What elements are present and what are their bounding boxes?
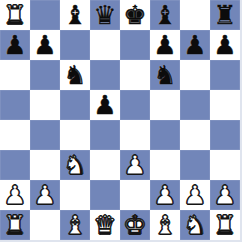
square-b7[interactable]: ♟ bbox=[30, 30, 60, 60]
square-c4[interactable] bbox=[60, 120, 90, 150]
square-a1[interactable]: ♜ bbox=[0, 210, 30, 240]
black-bishop-icon: ♝ bbox=[60, 0, 90, 30]
black-pawn-icon: ♟ bbox=[30, 30, 60, 60]
square-g6[interactable] bbox=[180, 60, 210, 90]
square-d2[interactable] bbox=[90, 180, 120, 210]
square-f1[interactable]: ♝ bbox=[150, 210, 180, 240]
square-h6[interactable] bbox=[210, 60, 240, 90]
white-queen-icon: ♛ bbox=[90, 210, 120, 240]
square-b8[interactable] bbox=[30, 0, 60, 30]
square-f8[interactable]: ♝ bbox=[150, 0, 180, 30]
square-g2[interactable]: ♟ bbox=[180, 180, 210, 210]
square-d7[interactable] bbox=[90, 30, 120, 60]
square-g7[interactable]: ♟ bbox=[180, 30, 210, 60]
black-pawn-icon: ♟ bbox=[180, 30, 210, 60]
square-b6[interactable] bbox=[30, 60, 60, 90]
square-d1[interactable]: ♛ bbox=[90, 210, 120, 240]
square-a8[interactable]: ♜ bbox=[0, 0, 30, 30]
square-e7[interactable] bbox=[120, 30, 150, 60]
square-h4[interactable] bbox=[210, 120, 240, 150]
black-queen-icon: ♛ bbox=[90, 0, 120, 30]
white-rook-icon: ♜ bbox=[0, 210, 30, 240]
white-knight-icon: ♞ bbox=[180, 210, 210, 240]
black-pawn-icon: ♟ bbox=[150, 30, 180, 60]
white-rook-icon: ♜ bbox=[0, 0, 30, 30]
square-f2[interactable]: ♟ bbox=[150, 180, 180, 210]
square-h7[interactable]: ♟ bbox=[210, 30, 240, 60]
white-pawn-icon: ♟ bbox=[210, 180, 240, 210]
white-rook-icon: ♜ bbox=[210, 210, 240, 240]
white-bishop-icon: ♝ bbox=[60, 210, 90, 240]
black-knight-icon: ♞ bbox=[60, 60, 90, 90]
black-king-icon: ♚ bbox=[120, 0, 150, 30]
square-a5[interactable] bbox=[0, 90, 30, 120]
square-e5[interactable] bbox=[120, 90, 150, 120]
square-a6[interactable] bbox=[0, 60, 30, 90]
square-a4[interactable] bbox=[0, 120, 30, 150]
black-pawn-icon: ♟ bbox=[90, 90, 120, 120]
square-d5[interactable]: ♟ bbox=[90, 90, 120, 120]
white-pawn-icon: ♟ bbox=[180, 180, 210, 210]
square-h1[interactable]: ♜ bbox=[210, 210, 240, 240]
square-c5[interactable] bbox=[60, 90, 90, 120]
square-g4[interactable] bbox=[180, 120, 210, 150]
square-b1[interactable] bbox=[30, 210, 60, 240]
square-b3[interactable] bbox=[30, 150, 60, 180]
square-h8[interactable]: ♜ bbox=[210, 0, 240, 30]
square-b4[interactable] bbox=[30, 120, 60, 150]
square-h2[interactable]: ♟ bbox=[210, 180, 240, 210]
square-e6[interactable] bbox=[120, 60, 150, 90]
square-f6[interactable]: ♞ bbox=[150, 60, 180, 90]
square-h3[interactable] bbox=[210, 150, 240, 180]
square-h5[interactable] bbox=[210, 90, 240, 120]
white-pawn-icon: ♟ bbox=[30, 180, 60, 210]
square-d8[interactable]: ♛ bbox=[90, 0, 120, 30]
white-bishop-icon: ♝ bbox=[150, 210, 180, 240]
square-c7[interactable] bbox=[60, 30, 90, 60]
square-c1[interactable]: ♝ bbox=[60, 210, 90, 240]
square-a2[interactable]: ♟ bbox=[0, 180, 30, 210]
square-d4[interactable] bbox=[90, 120, 120, 150]
square-g3[interactable] bbox=[180, 150, 210, 180]
square-g1[interactable]: ♞ bbox=[180, 210, 210, 240]
white-pawn-icon: ♟ bbox=[0, 180, 30, 210]
white-pawn-icon: ♟ bbox=[150, 180, 180, 210]
square-g5[interactable] bbox=[180, 90, 210, 120]
square-a3[interactable] bbox=[0, 150, 30, 180]
square-e8[interactable]: ♚ bbox=[120, 0, 150, 30]
square-c2[interactable] bbox=[60, 180, 90, 210]
square-c6[interactable]: ♞ bbox=[60, 60, 90, 90]
black-rook-icon: ♜ bbox=[210, 0, 240, 30]
white-pawn-icon: ♟ bbox=[120, 150, 150, 180]
black-knight-icon: ♞ bbox=[150, 60, 180, 90]
square-f7[interactable]: ♟ bbox=[150, 30, 180, 60]
square-f4[interactable] bbox=[150, 120, 180, 150]
black-pawn-icon: ♟ bbox=[210, 30, 240, 60]
white-king-icon: ♚ bbox=[120, 210, 150, 240]
square-f3[interactable] bbox=[150, 150, 180, 180]
black-bishop-icon: ♝ bbox=[150, 0, 180, 30]
square-b5[interactable] bbox=[30, 90, 60, 120]
square-g8[interactable] bbox=[180, 0, 210, 30]
square-e3[interactable]: ♟ bbox=[120, 150, 150, 180]
square-e4[interactable] bbox=[120, 120, 150, 150]
white-knight-icon: ♞ bbox=[60, 150, 90, 180]
square-f5[interactable] bbox=[150, 90, 180, 120]
square-b2[interactable]: ♟ bbox=[30, 180, 60, 210]
chess-board: ♜♝♛♚♝♜♟♟♟♟♟♞♞♟♞♟♟♟♟♟♟♜♝♛♚♝♞♜ bbox=[0, 0, 240, 240]
square-e2[interactable] bbox=[120, 180, 150, 210]
square-e1[interactable]: ♚ bbox=[120, 210, 150, 240]
black-pawn-icon: ♟ bbox=[0, 30, 30, 60]
square-c8[interactable]: ♝ bbox=[60, 0, 90, 30]
square-d6[interactable] bbox=[90, 60, 120, 90]
chess-board-container: ♜♝♛♚♝♜♟♟♟♟♟♞♞♟♞♟♟♟♟♟♟♜♝♛♚♝♞♜ bbox=[0, 0, 242, 242]
square-a7[interactable]: ♟ bbox=[0, 30, 30, 60]
square-c3[interactable]: ♞ bbox=[60, 150, 90, 180]
square-d3[interactable] bbox=[90, 150, 120, 180]
